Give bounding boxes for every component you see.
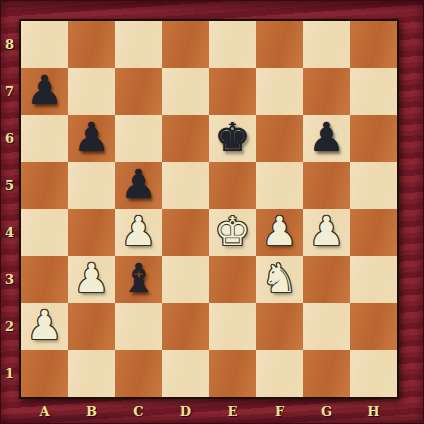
square-a1[interactable]	[21, 350, 68, 397]
square-f5[interactable]	[256, 162, 303, 209]
square-b6[interactable]: ♟	[68, 115, 115, 162]
square-h6[interactable]	[350, 115, 397, 162]
square-d6[interactable]	[162, 115, 209, 162]
square-b4[interactable]	[68, 209, 115, 256]
square-d3[interactable]	[162, 256, 209, 303]
rank-label-2: 2	[0, 303, 19, 350]
file-label-d: D	[162, 400, 209, 423]
square-b5[interactable]	[68, 162, 115, 209]
square-f1[interactable]	[256, 350, 303, 397]
square-b1[interactable]	[68, 350, 115, 397]
square-c5[interactable]: ♟	[115, 162, 162, 209]
square-f8[interactable]	[256, 21, 303, 68]
square-e1[interactable]	[209, 350, 256, 397]
square-c6[interactable]	[115, 115, 162, 162]
square-a3[interactable]	[21, 256, 68, 303]
white-pawn[interactable]: ♟	[121, 211, 157, 251]
square-e3[interactable]	[209, 256, 256, 303]
square-d1[interactable]	[162, 350, 209, 397]
rank-label-4: 4	[0, 209, 19, 256]
square-b2[interactable]	[68, 303, 115, 350]
rank-label-7: 7	[0, 68, 19, 115]
square-g7[interactable]	[303, 68, 350, 115]
rank-label-3: 3	[0, 256, 19, 303]
rank-label-5: 5	[0, 162, 19, 209]
white-pawn[interactable]: ♟	[74, 258, 110, 298]
square-h5[interactable]	[350, 162, 397, 209]
square-a6[interactable]	[21, 115, 68, 162]
rank-label-8: 8	[0, 21, 19, 68]
black-pawn[interactable]: ♟	[309, 117, 345, 157]
square-a2[interactable]: ♟	[21, 303, 68, 350]
square-e4[interactable]: ♚	[209, 209, 256, 256]
rank-label-6: 6	[0, 115, 19, 162]
square-g6[interactable]: ♟	[303, 115, 350, 162]
black-pawn[interactable]: ♟	[27, 70, 63, 110]
square-c2[interactable]	[115, 303, 162, 350]
square-h2[interactable]	[350, 303, 397, 350]
square-e2[interactable]	[209, 303, 256, 350]
square-f4[interactable]: ♟	[256, 209, 303, 256]
square-a5[interactable]	[21, 162, 68, 209]
square-b7[interactable]	[68, 68, 115, 115]
black-bishop[interactable]: ♝	[121, 258, 157, 298]
file-label-f: F	[256, 400, 303, 423]
white-pawn[interactable]: ♟	[27, 305, 63, 345]
square-f3[interactable]: ♞	[256, 256, 303, 303]
square-a7[interactable]: ♟	[21, 68, 68, 115]
square-b8[interactable]	[68, 21, 115, 68]
file-label-c: C	[115, 400, 162, 423]
square-g5[interactable]	[303, 162, 350, 209]
square-d7[interactable]	[162, 68, 209, 115]
square-h8[interactable]	[350, 21, 397, 68]
square-d5[interactable]	[162, 162, 209, 209]
square-a4[interactable]	[21, 209, 68, 256]
white-knight[interactable]: ♞	[262, 258, 298, 298]
square-b3[interactable]: ♟	[68, 256, 115, 303]
black-king[interactable]: ♚	[215, 117, 251, 157]
file-label-g: G	[303, 400, 350, 423]
square-h3[interactable]	[350, 256, 397, 303]
square-c3[interactable]: ♝	[115, 256, 162, 303]
square-c1[interactable]	[115, 350, 162, 397]
black-pawn[interactable]: ♟	[121, 164, 157, 204]
square-f2[interactable]	[256, 303, 303, 350]
white-pawn[interactable]: ♟	[262, 211, 298, 251]
square-e6[interactable]: ♚	[209, 115, 256, 162]
file-label-a: A	[21, 400, 68, 423]
square-c4[interactable]: ♟	[115, 209, 162, 256]
square-e5[interactable]	[209, 162, 256, 209]
square-h7[interactable]	[350, 68, 397, 115]
square-g8[interactable]	[303, 21, 350, 68]
square-g2[interactable]	[303, 303, 350, 350]
square-e8[interactable]	[209, 21, 256, 68]
square-a8[interactable]	[21, 21, 68, 68]
square-f6[interactable]	[256, 115, 303, 162]
file-label-e: E	[209, 400, 256, 423]
file-label-h: H	[350, 400, 397, 423]
square-f7[interactable]	[256, 68, 303, 115]
square-h4[interactable]	[350, 209, 397, 256]
square-h1[interactable]	[350, 350, 397, 397]
square-g4[interactable]: ♟	[303, 209, 350, 256]
square-c7[interactable]	[115, 68, 162, 115]
white-pawn[interactable]: ♟	[309, 211, 345, 251]
square-d2[interactable]	[162, 303, 209, 350]
square-g1[interactable]	[303, 350, 350, 397]
square-d4[interactable]	[162, 209, 209, 256]
chess-board: ♟♟♚♟♟♟♚♟♟♟♝♞♟	[19, 19, 399, 399]
board-frame: ♟♟♚♟♟♟♚♟♟♟♝♞♟ 87654321 ABCDEFGH	[0, 0, 424, 424]
square-g3[interactable]	[303, 256, 350, 303]
square-e7[interactable]	[209, 68, 256, 115]
file-label-b: B	[68, 400, 115, 423]
square-d8[interactable]	[162, 21, 209, 68]
square-c8[interactable]	[115, 21, 162, 68]
rank-label-1: 1	[0, 350, 19, 397]
white-king[interactable]: ♚	[215, 211, 251, 251]
black-pawn[interactable]: ♟	[74, 117, 110, 157]
